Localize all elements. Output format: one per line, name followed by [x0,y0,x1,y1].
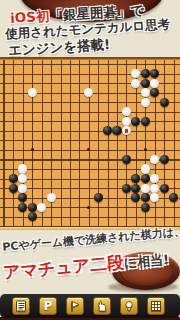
black-stone [18,203,27,212]
black-stone [131,174,140,183]
menu-button[interactable] [12,297,30,315]
kifu-list-icon [15,300,27,312]
black-stone [150,88,159,97]
flag-icon [69,300,81,312]
black-stone [141,174,150,183]
go-board[interactable] [0,57,180,229]
ginsei-igo-promo-screen: { "game": "go", "app_name": "銀星囲碁", "pro… [0,0,180,320]
black-stone [141,79,150,88]
last-move-marker [125,129,129,133]
black-stone [160,98,169,107]
black-stone [122,184,131,193]
white-stone [141,184,150,193]
black-stone [103,126,112,135]
white-stone [150,174,159,183]
white-stone [141,98,150,107]
white-stone [47,193,56,202]
black-stone [141,69,150,78]
black-stone [169,193,178,202]
lightbulb-icon [123,300,135,312]
white-stone [150,193,159,202]
toolbar: P [0,294,180,318]
black-stone [150,69,159,78]
grid-icon [150,300,162,312]
hoshi-point [31,148,34,151]
white-stone [18,174,27,183]
black-stone [160,184,169,193]
black-stone [160,155,169,164]
white-stone [122,117,131,126]
white-stone [84,88,93,97]
black-stone [131,193,140,202]
black-stone [9,184,18,193]
undo-button[interactable] [93,297,111,315]
white-stone [122,107,131,116]
black-stone [131,117,140,126]
black-stone [131,184,140,193]
black-stone [28,212,37,221]
white-stone [28,88,37,97]
white-stone [18,164,27,173]
hoshi-point [87,206,90,209]
hand-icon [96,300,108,312]
letter-p-icon: P [44,300,53,312]
white-stone [150,184,159,193]
promo-top-text: iOS初「銀星囲碁」で 使用されたモンテカルロ思考 エンジンを搭載! [4,0,179,58]
count-button[interactable] [147,297,165,315]
black-stone [28,203,37,212]
black-stone [141,117,150,126]
white-stone [37,203,46,212]
black-stone [94,193,103,202]
promo-bottom-highlight: アマチュア二段 [2,252,124,282]
white-stone [150,155,159,164]
hoshi-point [87,148,90,151]
resign-button[interactable] [66,297,84,315]
black-stone [141,193,150,202]
black-stone [18,193,27,202]
white-stone [141,88,150,97]
white-stone [131,69,140,78]
white-stone [18,184,27,193]
black-stone [9,174,18,183]
white-stone [150,79,159,88]
black-stone [122,155,131,164]
pass-button[interactable]: P [39,297,57,315]
hint-button[interactable] [120,297,138,315]
black-stone [141,203,150,212]
white-stone [141,164,150,173]
promo-bottom-suffix: に相当! [123,252,169,271]
white-stone [131,79,140,88]
hoshi-point [144,148,147,151]
black-stone [112,126,121,135]
